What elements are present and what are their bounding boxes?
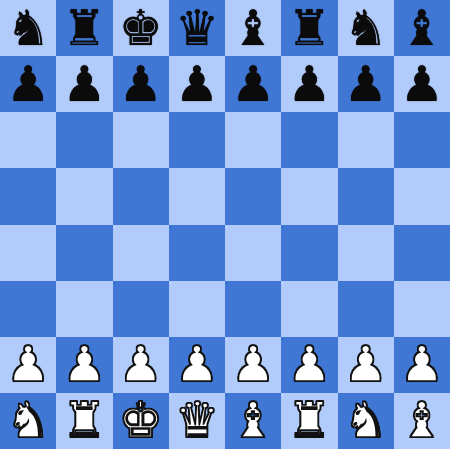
black-bishop[interactable]: ♝ (231, 4, 275, 53)
square-g8[interactable]: ♞ (338, 0, 394, 56)
square-h2[interactable]: ♟ (394, 337, 450, 393)
square-g2[interactable]: ♟ (338, 337, 394, 393)
square-h7[interactable]: ♟ (394, 56, 450, 112)
black-pawn[interactable]: ♟ (6, 60, 50, 109)
square-d6[interactable] (169, 112, 225, 168)
square-h6[interactable] (394, 112, 450, 168)
square-c7[interactable]: ♟ (113, 56, 169, 112)
square-a6[interactable] (0, 112, 56, 168)
black-rook[interactable]: ♜ (62, 4, 106, 53)
square-b2[interactable]: ♟ (56, 337, 112, 393)
square-h4[interactable] (394, 225, 450, 281)
chess-board: ♞♜♚♛♝♜♞♝♟♟♟♟♟♟♟♟♟♟♟♟♟♟♟♟♞♜♚♛♝♜♞♝ (0, 0, 450, 449)
square-a5[interactable] (0, 168, 56, 224)
white-pawn[interactable]: ♟ (119, 340, 163, 389)
square-b5[interactable] (56, 168, 112, 224)
square-b8[interactable]: ♜ (56, 0, 112, 56)
square-c4[interactable] (113, 225, 169, 281)
square-c6[interactable] (113, 112, 169, 168)
square-d3[interactable] (169, 281, 225, 337)
square-a8[interactable]: ♞ (0, 0, 56, 56)
square-c1[interactable]: ♚ (113, 393, 169, 449)
square-e5[interactable] (225, 168, 281, 224)
white-pawn[interactable]: ♟ (62, 340, 106, 389)
square-d8[interactable]: ♛ (169, 0, 225, 56)
square-b1[interactable]: ♜ (56, 393, 112, 449)
square-c3[interactable] (113, 281, 169, 337)
white-pawn[interactable]: ♟ (231, 340, 275, 389)
black-rook[interactable]: ♜ (287, 4, 331, 53)
white-bishop[interactable]: ♝ (231, 396, 275, 445)
square-h3[interactable] (394, 281, 450, 337)
square-e3[interactable] (225, 281, 281, 337)
white-pawn[interactable]: ♟ (400, 340, 444, 389)
black-pawn[interactable]: ♟ (175, 60, 219, 109)
square-a2[interactable]: ♟ (0, 337, 56, 393)
square-d1[interactable]: ♛ (169, 393, 225, 449)
square-f5[interactable] (281, 168, 337, 224)
black-pawn[interactable]: ♟ (119, 60, 163, 109)
black-pawn[interactable]: ♟ (231, 60, 275, 109)
black-king[interactable]: ♚ (119, 4, 163, 53)
square-e8[interactable]: ♝ (225, 0, 281, 56)
square-a3[interactable] (0, 281, 56, 337)
square-f6[interactable] (281, 112, 337, 168)
black-pawn[interactable]: ♟ (400, 60, 444, 109)
white-pawn[interactable]: ♟ (344, 340, 388, 389)
square-g7[interactable]: ♟ (338, 56, 394, 112)
white-queen[interactable]: ♛ (175, 396, 219, 445)
white-pawn[interactable]: ♟ (287, 340, 331, 389)
square-c2[interactable]: ♟ (113, 337, 169, 393)
white-knight[interactable]: ♞ (6, 396, 50, 445)
square-c8[interactable]: ♚ (113, 0, 169, 56)
square-d5[interactable] (169, 168, 225, 224)
square-f4[interactable] (281, 225, 337, 281)
square-a7[interactable]: ♟ (0, 56, 56, 112)
square-f1[interactable]: ♜ (281, 393, 337, 449)
square-b3[interactable] (56, 281, 112, 337)
square-b4[interactable] (56, 225, 112, 281)
black-queen[interactable]: ♛ (175, 4, 219, 53)
square-a4[interactable] (0, 225, 56, 281)
white-king[interactable]: ♚ (119, 396, 163, 445)
white-pawn[interactable]: ♟ (175, 340, 219, 389)
white-bishop[interactable]: ♝ (400, 396, 444, 445)
square-g5[interactable] (338, 168, 394, 224)
square-d4[interactable] (169, 225, 225, 281)
square-g4[interactable] (338, 225, 394, 281)
square-c5[interactable] (113, 168, 169, 224)
white-rook[interactable]: ♜ (62, 396, 106, 445)
square-d2[interactable]: ♟ (169, 337, 225, 393)
white-knight[interactable]: ♞ (344, 396, 388, 445)
square-b6[interactable] (56, 112, 112, 168)
square-h1[interactable]: ♝ (394, 393, 450, 449)
black-bishop[interactable]: ♝ (400, 4, 444, 53)
square-h8[interactable]: ♝ (394, 0, 450, 56)
square-e1[interactable]: ♝ (225, 393, 281, 449)
square-e6[interactable] (225, 112, 281, 168)
square-b7[interactable]: ♟ (56, 56, 112, 112)
black-pawn[interactable]: ♟ (287, 60, 331, 109)
black-pawn[interactable]: ♟ (62, 60, 106, 109)
square-e4[interactable] (225, 225, 281, 281)
white-pawn[interactable]: ♟ (6, 340, 50, 389)
square-g1[interactable]: ♞ (338, 393, 394, 449)
square-a1[interactable]: ♞ (0, 393, 56, 449)
square-e2[interactable]: ♟ (225, 337, 281, 393)
square-d7[interactable]: ♟ (169, 56, 225, 112)
black-pawn[interactable]: ♟ (344, 60, 388, 109)
square-f2[interactable]: ♟ (281, 337, 337, 393)
square-g6[interactable] (338, 112, 394, 168)
square-f3[interactable] (281, 281, 337, 337)
square-g3[interactable] (338, 281, 394, 337)
square-h5[interactable] (394, 168, 450, 224)
white-rook[interactable]: ♜ (287, 396, 331, 445)
black-knight[interactable]: ♞ (6, 4, 50, 53)
square-f8[interactable]: ♜ (281, 0, 337, 56)
square-e7[interactable]: ♟ (225, 56, 281, 112)
square-f7[interactable]: ♟ (281, 56, 337, 112)
black-knight[interactable]: ♞ (344, 4, 388, 53)
